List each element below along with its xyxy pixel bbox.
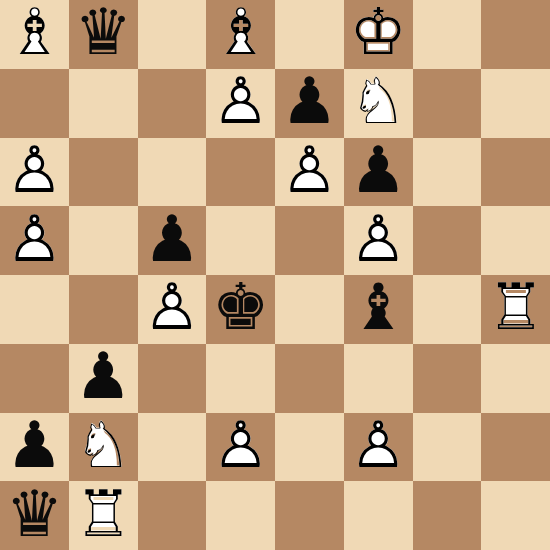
piece-black-pawn[interactable]: ♟	[138, 206, 207, 275]
square-h6[interactable]	[481, 138, 550, 207]
white-bishop-outline: ♗	[0, 0, 69, 69]
piece-black-pawn[interactable]: ♟	[0, 413, 69, 482]
square-e6[interactable]: ♟♙	[275, 138, 344, 207]
piece-white-pawn[interactable]: ♟♙	[275, 138, 344, 207]
square-h2[interactable]	[481, 413, 550, 482]
square-c5[interactable]: ♟	[138, 206, 207, 275]
white-knight-outline: ♘	[69, 413, 138, 482]
square-d2[interactable]: ♟♙	[206, 413, 275, 482]
square-a7[interactable]	[0, 69, 69, 138]
square-g5[interactable]	[413, 206, 482, 275]
square-c6[interactable]	[138, 138, 207, 207]
square-d3[interactable]	[206, 344, 275, 413]
square-f1[interactable]	[344, 481, 413, 550]
square-f7[interactable]: ♞♘	[344, 69, 413, 138]
square-e4[interactable]	[275, 275, 344, 344]
black-bishop-glyph: ♝	[344, 275, 413, 344]
black-pawn-glyph: ♟	[69, 344, 138, 413]
square-b2[interactable]: ♞♘	[69, 413, 138, 482]
black-pawn-glyph: ♟	[0, 413, 69, 482]
square-f8[interactable]: ♚♔	[344, 0, 413, 69]
piece-white-pawn[interactable]: ♟♙	[206, 413, 275, 482]
white-bishop-outline: ♗	[206, 0, 275, 69]
square-c7[interactable]	[138, 69, 207, 138]
square-e8[interactable]	[275, 0, 344, 69]
square-b1[interactable]: ♜♖	[69, 481, 138, 550]
white-pawn-outline: ♙	[275, 138, 344, 207]
square-c2[interactable]	[138, 413, 207, 482]
piece-black-king[interactable]: ♚	[206, 275, 275, 344]
square-g3[interactable]	[413, 344, 482, 413]
piece-white-king[interactable]: ♚♔	[344, 0, 413, 69]
piece-black-pawn[interactable]: ♟	[344, 138, 413, 207]
white-king-outline: ♔	[344, 0, 413, 69]
square-b4[interactable]	[69, 275, 138, 344]
piece-white-bishop[interactable]: ♝♗	[206, 0, 275, 69]
square-a8[interactable]: ♝♗	[0, 0, 69, 69]
square-h5[interactable]	[481, 206, 550, 275]
square-f6[interactable]: ♟	[344, 138, 413, 207]
white-pawn-outline: ♙	[138, 275, 207, 344]
square-a1[interactable]: ♛	[0, 481, 69, 550]
square-d7[interactable]: ♟♙	[206, 69, 275, 138]
square-e2[interactable]	[275, 413, 344, 482]
square-c3[interactable]	[138, 344, 207, 413]
square-d8[interactable]: ♝♗	[206, 0, 275, 69]
square-h3[interactable]	[481, 344, 550, 413]
square-c8[interactable]	[138, 0, 207, 69]
square-e1[interactable]	[275, 481, 344, 550]
square-g6[interactable]	[413, 138, 482, 207]
black-pawn-glyph: ♟	[138, 206, 207, 275]
piece-white-knight[interactable]: ♞♘	[69, 413, 138, 482]
white-rook-outline: ♖	[69, 481, 138, 550]
square-e3[interactable]	[275, 344, 344, 413]
square-c4[interactable]: ♟♙	[138, 275, 207, 344]
square-c1[interactable]	[138, 481, 207, 550]
square-h8[interactable]	[481, 0, 550, 69]
square-a3[interactable]	[0, 344, 69, 413]
square-b6[interactable]	[69, 138, 138, 207]
piece-white-pawn[interactable]: ♟♙	[344, 206, 413, 275]
piece-white-pawn[interactable]: ♟♙	[138, 275, 207, 344]
white-pawn-outline: ♙	[0, 138, 69, 207]
square-d6[interactable]	[206, 138, 275, 207]
square-b8[interactable]: ♛	[69, 0, 138, 69]
chess-board: ♝♗♛♝♗♚♔♟♙♟♞♘♟♙♟♙♟♟♙♟♟♙♟♙♚♝♜♖♟♟♞♘♟♙♟♙♛♜♖	[0, 0, 550, 550]
white-pawn-outline: ♙	[0, 206, 69, 275]
white-rook-outline: ♖	[481, 275, 550, 344]
piece-white-pawn[interactable]: ♟♙	[0, 138, 69, 207]
white-pawn-outline: ♙	[206, 69, 275, 138]
piece-black-bishop[interactable]: ♝	[344, 275, 413, 344]
white-pawn-outline: ♙	[344, 206, 413, 275]
piece-black-queen[interactable]: ♛	[69, 0, 138, 69]
square-f2[interactable]: ♟♙	[344, 413, 413, 482]
black-pawn-glyph: ♟	[275, 69, 344, 138]
piece-white-rook[interactable]: ♜♖	[69, 481, 138, 550]
square-a2[interactable]: ♟	[0, 413, 69, 482]
piece-white-pawn[interactable]: ♟♙	[0, 206, 69, 275]
square-e5[interactable]	[275, 206, 344, 275]
square-g8[interactable]	[413, 0, 482, 69]
white-knight-outline: ♘	[344, 69, 413, 138]
square-h7[interactable]	[481, 69, 550, 138]
square-h4[interactable]: ♜♖	[481, 275, 550, 344]
square-f4[interactable]: ♝	[344, 275, 413, 344]
white-pawn-outline: ♙	[206, 413, 275, 482]
square-g7[interactable]	[413, 69, 482, 138]
square-g2[interactable]	[413, 413, 482, 482]
piece-black-queen[interactable]: ♛	[0, 481, 69, 550]
piece-white-knight[interactable]: ♞♘	[344, 69, 413, 138]
piece-white-rook[interactable]: ♜♖	[481, 275, 550, 344]
square-a5[interactable]: ♟♙	[0, 206, 69, 275]
white-pawn-outline: ♙	[344, 413, 413, 482]
square-g1[interactable]	[413, 481, 482, 550]
square-d5[interactable]	[206, 206, 275, 275]
square-h1[interactable]	[481, 481, 550, 550]
square-d4[interactable]: ♚	[206, 275, 275, 344]
black-queen-glyph: ♛	[0, 481, 69, 550]
square-g4[interactable]	[413, 275, 482, 344]
piece-white-pawn[interactable]: ♟♙	[344, 413, 413, 482]
square-a4[interactable]	[0, 275, 69, 344]
piece-white-bishop[interactable]: ♝♗	[0, 0, 69, 69]
square-f5[interactable]: ♟♙	[344, 206, 413, 275]
black-pawn-glyph: ♟	[344, 138, 413, 207]
square-b3[interactable]: ♟	[69, 344, 138, 413]
square-b7[interactable]	[69, 69, 138, 138]
square-b5[interactable]	[69, 206, 138, 275]
piece-black-pawn[interactable]: ♟	[69, 344, 138, 413]
piece-black-pawn[interactable]: ♟	[275, 69, 344, 138]
black-queen-glyph: ♛	[69, 0, 138, 69]
square-e7[interactable]: ♟	[275, 69, 344, 138]
square-f3[interactable]	[344, 344, 413, 413]
square-a6[interactable]: ♟♙	[0, 138, 69, 207]
square-d1[interactable]	[206, 481, 275, 550]
black-king-glyph: ♚	[206, 275, 275, 344]
piece-white-pawn[interactable]: ♟♙	[206, 69, 275, 138]
